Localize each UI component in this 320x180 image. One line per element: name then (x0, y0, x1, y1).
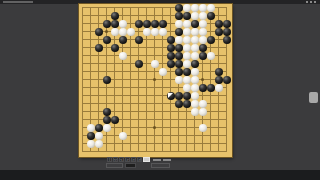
star-point (153, 126, 156, 129)
white-stone (199, 20, 207, 28)
black-stone (103, 108, 111, 116)
last-move-marker (168, 93, 173, 98)
current-move-button[interactable] (143, 157, 150, 162)
minimize-icon[interactable] (306, 1, 308, 3)
white-stone (191, 52, 199, 60)
white-stone (183, 20, 191, 28)
white-stone (103, 124, 111, 132)
star-point (105, 30, 108, 33)
white-stone (191, 12, 199, 20)
white-stone (199, 36, 207, 44)
star-point (201, 78, 204, 81)
white-stone (127, 28, 135, 36)
white-stone (87, 140, 95, 148)
white-stone (191, 108, 199, 116)
black-stone (215, 76, 223, 84)
white-stone (111, 28, 119, 36)
black-stone (119, 36, 127, 44)
black-stone (191, 60, 199, 68)
white-stone (199, 4, 207, 12)
black-stone (199, 52, 207, 60)
black-stone (199, 84, 207, 92)
maximize-icon[interactable] (310, 1, 312, 3)
black-stone (223, 76, 231, 84)
white-stone (159, 68, 167, 76)
black-stone (143, 20, 151, 28)
move-counter-text (153, 159, 161, 161)
black-stone (167, 44, 175, 52)
black-stone (167, 60, 175, 68)
white-stone (215, 84, 223, 92)
black-stone (175, 44, 183, 52)
black-stone (167, 52, 175, 60)
move-input-field[interactable] (125, 163, 136, 168)
nav-last-button[interactable]: >| (137, 157, 142, 162)
white-stone (191, 76, 199, 84)
white-stone (143, 28, 151, 36)
white-stone (199, 12, 207, 20)
white-stone (191, 36, 199, 44)
black-stone (215, 20, 223, 28)
black-stone (175, 4, 183, 12)
white-stone (199, 100, 207, 108)
black-stone (103, 76, 111, 84)
black-stone (103, 20, 111, 28)
black-stone (95, 124, 103, 132)
black-stone (111, 12, 119, 20)
white-stone (183, 28, 191, 36)
window-title-text (3, 1, 33, 3)
white-stone (175, 36, 183, 44)
black-stone (167, 92, 175, 100)
black-stone (223, 20, 231, 28)
black-stone (199, 44, 207, 52)
pass-button[interactable] (106, 163, 123, 168)
nav-forward-10-button[interactable]: >> (131, 157, 136, 162)
taskbar: ⊞ (0, 170, 320, 180)
black-stone (159, 20, 167, 28)
close-icon[interactable] (314, 1, 316, 3)
white-stone (119, 28, 127, 36)
white-stone (191, 44, 199, 52)
black-stone (183, 100, 191, 108)
white-stone (191, 68, 199, 76)
white-stone (183, 44, 191, 52)
black-stone (95, 44, 103, 52)
black-stone (207, 36, 215, 44)
white-stone (191, 28, 199, 36)
black-stone (103, 116, 111, 124)
white-stone (207, 4, 215, 12)
black-stone (111, 44, 119, 52)
black-stone (135, 60, 143, 68)
black-stone (191, 20, 199, 28)
white-stone (199, 108, 207, 116)
white-stone (151, 28, 159, 36)
black-stone (175, 12, 183, 20)
white-stone (159, 28, 167, 36)
black-stone (175, 100, 183, 108)
black-stone (183, 12, 191, 20)
white-stone (207, 52, 215, 60)
black-stone (175, 68, 183, 76)
nav-forward-button[interactable]: > (125, 157, 130, 162)
white-stone (183, 4, 191, 12)
black-stone (87, 132, 95, 140)
white-stone (87, 124, 95, 132)
white-stone (95, 140, 103, 148)
app-window: |<<<<>>>>| ⊞ (0, 0, 320, 180)
white-stone (183, 60, 191, 68)
nav-back-10-button[interactable]: << (113, 157, 118, 162)
nav-first-button[interactable]: |< (107, 157, 112, 162)
white-stone (95, 132, 103, 140)
black-stone (175, 28, 183, 36)
black-stone (175, 52, 183, 60)
white-stone (199, 124, 207, 132)
black-stone (223, 36, 231, 44)
white-stone (191, 100, 199, 108)
black-stone (151, 20, 159, 28)
black-stone (111, 116, 119, 124)
black-stone (215, 28, 223, 36)
white-stone (183, 36, 191, 44)
white-stone (183, 76, 191, 84)
black-stone (183, 92, 191, 100)
white-stone (183, 52, 191, 60)
nav-back-button[interactable]: < (119, 157, 124, 162)
white-stone (119, 132, 127, 140)
white-stone (183, 84, 191, 92)
white-stone (175, 76, 183, 84)
black-stone (215, 68, 223, 76)
white-stone (151, 60, 159, 68)
black-stone (167, 36, 175, 44)
go-board[interactable] (79, 4, 232, 157)
black-stone (103, 36, 111, 44)
black-stone (135, 36, 143, 44)
white-stone (199, 28, 207, 36)
white-stone (119, 52, 127, 60)
white-stone (175, 20, 183, 28)
white-stone (191, 92, 199, 100)
black-stone (223, 28, 231, 36)
black-stone (175, 60, 183, 68)
black-stone (111, 20, 119, 28)
resign-button[interactable] (151, 163, 170, 168)
white-stone (191, 84, 199, 92)
move-total-text (163, 159, 171, 161)
white-stone (119, 20, 127, 28)
black-stone (95, 28, 103, 36)
black-stone (183, 68, 191, 76)
side-panel-handle[interactable] (309, 92, 318, 103)
black-stone (175, 92, 183, 100)
black-stone (207, 84, 215, 92)
black-stone (207, 12, 215, 20)
star-point (153, 78, 156, 81)
white-stone (191, 4, 199, 12)
black-stone (135, 20, 143, 28)
